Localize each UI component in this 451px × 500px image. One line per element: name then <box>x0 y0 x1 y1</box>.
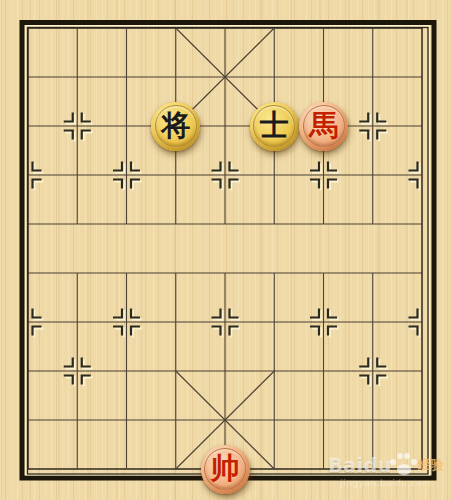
piece-character: 馬 <box>309 111 338 140</box>
piece-character: 帅 <box>211 454 240 483</box>
xiangqi-board: 将士馬帅 Baidu 经验 jingyan.baidu.com <box>0 0 451 500</box>
piece-face: 士 <box>253 105 295 147</box>
piece-red-horse[interactable]: 馬 <box>299 102 348 151</box>
piece-face: 馬 <box>303 105 345 147</box>
piece-character: 将 <box>161 111 190 140</box>
piece-black-advisor[interactable]: 士 <box>250 102 299 151</box>
piece-black-general[interactable]: 将 <box>151 102 200 151</box>
piece-face: 帅 <box>204 448 246 490</box>
piece-red-general[interactable]: 帅 <box>201 445 250 494</box>
piece-face: 将 <box>155 105 197 147</box>
piece-character: 士 <box>260 111 289 140</box>
board-grid: 将士馬帅 <box>3 4 446 494</box>
